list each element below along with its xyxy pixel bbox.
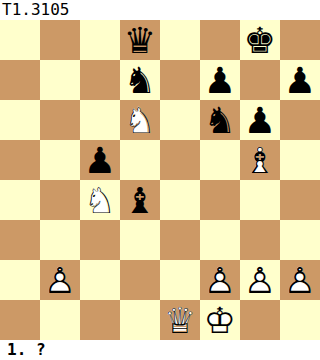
square-b5[interactable] [40, 140, 80, 180]
white-pawn-glyph: ♙ [280, 260, 320, 300]
square-g8[interactable]: ♚ [240, 20, 280, 60]
square-a5[interactable] [0, 140, 40, 180]
white-knight[interactable]: ♞♘ [120, 100, 160, 140]
black-pawn-glyph: ♟ [280, 60, 320, 100]
square-b8[interactable] [40, 20, 80, 60]
square-d6[interactable]: ♞♘ [120, 100, 160, 140]
square-g1[interactable] [240, 300, 280, 340]
square-c5[interactable]: ♟ [80, 140, 120, 180]
black-pawn[interactable]: ♟ [80, 140, 120, 180]
square-g3[interactable] [240, 220, 280, 260]
square-a3[interactable] [0, 220, 40, 260]
square-d7[interactable]: ♞ [120, 60, 160, 100]
square-c7[interactable] [80, 60, 120, 100]
black-knight[interactable]: ♞ [200, 100, 240, 140]
square-b3[interactable] [40, 220, 80, 260]
black-bishop-glyph: ♝ [120, 180, 160, 220]
white-pawn[interactable]: ♟♙ [280, 260, 320, 300]
white-bishop-glyph: ♗ [240, 140, 280, 180]
square-g4[interactable] [240, 180, 280, 220]
white-queen[interactable]: ♛♕ [160, 300, 200, 340]
square-e8[interactable] [160, 20, 200, 60]
move-prompt: 1. ? [0, 340, 320, 360]
black-king-glyph: ♚ [240, 20, 280, 60]
square-f4[interactable] [200, 180, 240, 220]
black-pawn[interactable]: ♟ [240, 100, 280, 140]
square-c1[interactable] [80, 300, 120, 340]
square-h2[interactable]: ♟♙ [280, 260, 320, 300]
square-h6[interactable] [280, 100, 320, 140]
square-c8[interactable] [80, 20, 120, 60]
black-knight-glyph: ♞ [200, 100, 240, 140]
square-h7[interactable]: ♟ [280, 60, 320, 100]
white-pawn-glyph: ♙ [40, 260, 80, 300]
square-e7[interactable] [160, 60, 200, 100]
white-pawn[interactable]: ♟♙ [200, 260, 240, 300]
square-b6[interactable] [40, 100, 80, 140]
square-d4[interactable]: ♝ [120, 180, 160, 220]
black-king[interactable]: ♚ [240, 20, 280, 60]
black-pawn-glyph: ♟ [80, 140, 120, 180]
square-a1[interactable] [0, 300, 40, 340]
square-b2[interactable]: ♟♙ [40, 260, 80, 300]
white-knight-glyph: ♘ [120, 100, 160, 140]
square-d8[interactable]: ♛ [120, 20, 160, 60]
white-king[interactable]: ♚♔ [200, 300, 240, 340]
square-d2[interactable] [120, 260, 160, 300]
square-h5[interactable] [280, 140, 320, 180]
square-e4[interactable] [160, 180, 200, 220]
white-pawn-glyph: ♙ [200, 260, 240, 300]
square-a4[interactable] [0, 180, 40, 220]
square-h8[interactable] [280, 20, 320, 60]
white-knight-glyph: ♘ [80, 180, 120, 220]
square-h4[interactable] [280, 180, 320, 220]
square-b7[interactable] [40, 60, 80, 100]
square-d1[interactable] [120, 300, 160, 340]
black-pawn-glyph: ♟ [240, 100, 280, 140]
white-knight[interactable]: ♞♘ [80, 180, 120, 220]
square-a8[interactable] [0, 20, 40, 60]
square-f2[interactable]: ♟♙ [200, 260, 240, 300]
square-f5[interactable] [200, 140, 240, 180]
chess-puzzle-window: T1.3105 ♛♚♞♟♟♞♘♞♟♟♝♗♞♘♝♟♙♟♙♟♙♟♙♛♕♚♔ 1. ? [0, 0, 320, 360]
square-a6[interactable] [0, 100, 40, 140]
square-g7[interactable] [240, 60, 280, 100]
black-queen-glyph: ♛ [120, 20, 160, 60]
square-b1[interactable] [40, 300, 80, 340]
white-pawn-glyph: ♙ [240, 260, 280, 300]
square-g6[interactable]: ♟ [240, 100, 280, 140]
square-f7[interactable]: ♟ [200, 60, 240, 100]
square-a7[interactable] [0, 60, 40, 100]
square-e6[interactable] [160, 100, 200, 140]
white-queen-glyph: ♕ [160, 300, 200, 340]
square-e3[interactable] [160, 220, 200, 260]
white-pawn[interactable]: ♟♙ [240, 260, 280, 300]
square-c2[interactable] [80, 260, 120, 300]
square-c6[interactable] [80, 100, 120, 140]
square-f3[interactable] [200, 220, 240, 260]
white-bishop[interactable]: ♝♗ [240, 140, 280, 180]
white-pawn[interactable]: ♟♙ [40, 260, 80, 300]
black-pawn-glyph: ♟ [200, 60, 240, 100]
square-f1[interactable]: ♚♔ [200, 300, 240, 340]
square-f6[interactable]: ♞ [200, 100, 240, 140]
square-a2[interactable] [0, 260, 40, 300]
square-c3[interactable] [80, 220, 120, 260]
black-knight[interactable]: ♞ [120, 60, 160, 100]
square-g2[interactable]: ♟♙ [240, 260, 280, 300]
square-e5[interactable] [160, 140, 200, 180]
square-h3[interactable] [280, 220, 320, 260]
black-pawn[interactable]: ♟ [280, 60, 320, 100]
white-king-glyph: ♔ [200, 300, 240, 340]
square-d3[interactable] [120, 220, 160, 260]
square-d5[interactable] [120, 140, 160, 180]
black-bishop[interactable]: ♝ [120, 180, 160, 220]
square-e2[interactable] [160, 260, 200, 300]
chess-board: ♛♚♞♟♟♞♘♞♟♟♝♗♞♘♝♟♙♟♙♟♙♟♙♛♕♚♔ [0, 20, 320, 340]
square-g5[interactable]: ♝♗ [240, 140, 280, 180]
square-h1[interactable] [280, 300, 320, 340]
black-pawn[interactable]: ♟ [200, 60, 240, 100]
square-e1[interactable]: ♛♕ [160, 300, 200, 340]
black-queen[interactable]: ♛ [120, 20, 160, 60]
square-b4[interactable] [40, 180, 80, 220]
square-f8[interactable] [200, 20, 240, 60]
square-c4[interactable]: ♞♘ [80, 180, 120, 220]
black-knight-glyph: ♞ [120, 60, 160, 100]
puzzle-title: T1.3105 [0, 0, 320, 20]
